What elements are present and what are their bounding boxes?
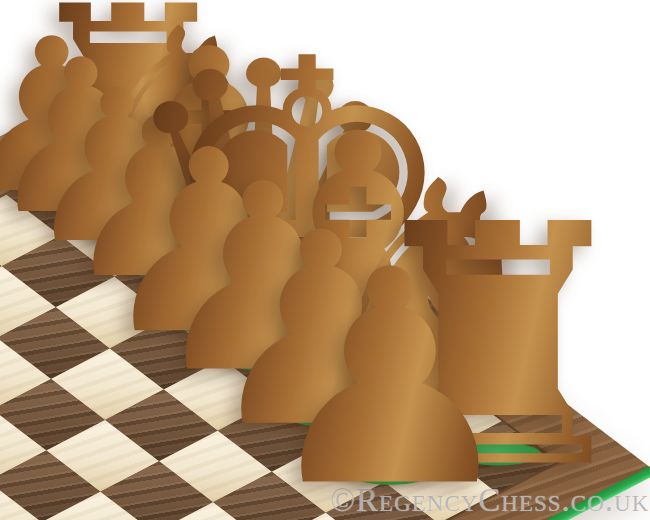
piece-black-pawn-h7: ♟: [257, 231, 522, 520]
pieces-layer: ♜♞♝♛♚♝♞♜♟♟♟♟♟♟♟♟: [0, 0, 650, 520]
product-photo: ♜♞♝♛♚♝♞♜♟♟♟♟♟♟♟♟ ©RegencyChess.co.uk: [0, 0, 650, 520]
